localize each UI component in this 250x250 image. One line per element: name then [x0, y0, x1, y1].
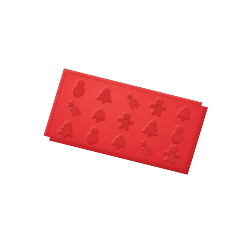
cavity-grid — [51, 74, 200, 168]
product-photo — [0, 0, 250, 250]
silicone-mold — [42, 68, 209, 175]
